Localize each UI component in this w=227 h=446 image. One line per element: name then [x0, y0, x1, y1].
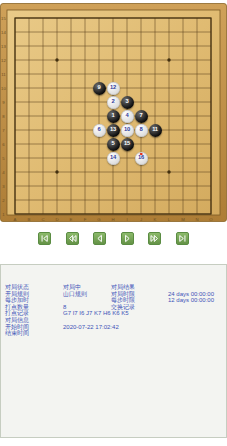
info-label-game-info: 对局信息 — [5, 317, 63, 324]
stone-15-I6: 15 — [121, 138, 134, 151]
game-info-table: 对局状态 对局中 对局结果 开局规则 山口规则 对局时限 24 days 00:… — [1, 265, 226, 337]
stone-8-J7: 8 — [135, 124, 148, 137]
info-label-start-time: 开始时间 — [5, 324, 63, 331]
stone-14-H5: 14 — [107, 152, 120, 165]
info-value-point-count: 8 — [63, 304, 111, 311]
skip-to-last-icon — [178, 234, 187, 243]
info-spacer — [168, 324, 227, 331]
step-forward-icon — [123, 234, 132, 243]
stone-1-H8: 1 — [107, 110, 120, 123]
row-label: 15 — [1, 16, 6, 21]
info-value-increment — [63, 297, 111, 304]
fast-backward-icon — [68, 234, 77, 243]
info-label-swap-record: 交换记录 — [111, 304, 168, 311]
info-spacer — [111, 330, 168, 337]
info-value-end-time — [63, 330, 111, 337]
last-move-button[interactable] — [176, 232, 189, 245]
stone-move-number: 1 — [111, 113, 114, 119]
stone-move-number: 11 — [152, 127, 158, 133]
info-value-opening-rule: 山口规则 — [63, 291, 111, 298]
info-spacer — [111, 317, 168, 324]
game-info-panel: 对局状态 对局中 对局结果 开局规则 山口规则 对局时限 24 days 00:… — [0, 264, 227, 438]
info-value-game-info — [63, 317, 111, 324]
stone-move-number: 3 — [125, 99, 128, 105]
board-grid[interactable]: 12345678910111213141516 — [8, 11, 218, 221]
info-label-move-time-limit: 每步时限 — [111, 297, 168, 304]
stone-9-G10: 9 — [93, 82, 106, 95]
stone-move-number: 8 — [139, 127, 142, 133]
info-label-increment: 每步加时 — [5, 297, 63, 304]
stone-move-number: 15 — [124, 141, 130, 147]
info-label-point-record: 打点记录 — [5, 310, 63, 317]
stone-16-J5: 16 — [135, 152, 148, 165]
row-label: 12 — [1, 58, 6, 63]
next-move-button[interactable] — [121, 232, 134, 245]
gomoku-board[interactable]: ABCDEFGHIJKLMNO151413121110987654321 123… — [0, 3, 227, 222]
stone-move-number: 13 — [110, 127, 116, 133]
stone-7-J8: 7 — [135, 110, 148, 123]
info-value-point-record: G7 I7 I6 J7 K7 H6 K6 K5 — [63, 310, 111, 317]
stone-12-H10: 12 — [107, 82, 120, 95]
info-spacer — [111, 310, 168, 317]
move-navigation — [0, 232, 227, 245]
info-value-game-time-limit: 24 days 00:00:00 — [168, 291, 227, 298]
stone-move-number: 9 — [97, 85, 100, 91]
fast-forward-button[interactable] — [148, 232, 161, 245]
stone-move-number: 6 — [97, 127, 100, 133]
stone-move-number: 2 — [111, 99, 114, 105]
info-spacer — [111, 324, 168, 331]
stone-move-number: 12 — [110, 85, 116, 91]
info-spacer — [168, 317, 227, 324]
stone-11-K7: 11 — [149, 124, 162, 137]
info-value-swap-record — [168, 304, 227, 311]
info-label-game-result: 对局结果 — [111, 284, 168, 291]
stone-move-number: 5 — [111, 141, 114, 147]
previous-move-button[interactable] — [93, 232, 106, 245]
stone-13-H7: 13 — [107, 124, 120, 137]
stone-5-H6: 5 — [107, 138, 120, 151]
stone-move-number: 10 — [124, 127, 130, 133]
info-value-game-status: 对局中 — [63, 284, 111, 291]
last-move-marker — [140, 153, 143, 156]
stone-6-G7: 6 — [93, 124, 106, 137]
info-value-game-result — [168, 284, 227, 291]
step-back-icon — [95, 234, 104, 243]
info-spacer — [168, 310, 227, 317]
row-label: 11 — [1, 72, 6, 77]
stone-move-number: 4 — [125, 113, 128, 119]
info-label-opening-rule: 开局规则 — [5, 291, 63, 298]
info-label-end-time: 结束时间 — [5, 330, 63, 337]
stone-move-number: 16 — [138, 155, 144, 161]
info-label-game-status: 对局状态 — [5, 284, 63, 291]
info-spacer — [168, 330, 227, 337]
app-screen: ABCDEFGHIJKLMNO151413121110987654321 123… — [0, 0, 227, 446]
stone-10-I7: 10 — [121, 124, 134, 137]
stone-2-H9: 2 — [107, 96, 120, 109]
info-value-move-time-limit: 12 days 00:00:00 — [168, 297, 227, 304]
row-label: 14 — [1, 30, 6, 35]
fast-forward-icon — [150, 234, 159, 243]
stone-3-I9: 3 — [121, 96, 134, 109]
stone-4-I8: 4 — [121, 110, 134, 123]
first-move-button[interactable] — [38, 232, 51, 245]
info-label-game-time-limit: 对局时限 — [111, 291, 168, 298]
fast-backward-button[interactable] — [66, 232, 79, 245]
row-label: 13 — [1, 44, 6, 49]
info-value-start-time: 2020-07-22 17:02:42 — [63, 324, 111, 331]
skip-to-first-icon — [40, 234, 49, 243]
row-label: 10 — [1, 86, 6, 91]
stone-move-number: 14 — [110, 155, 116, 161]
stone-move-number: 7 — [139, 113, 142, 119]
